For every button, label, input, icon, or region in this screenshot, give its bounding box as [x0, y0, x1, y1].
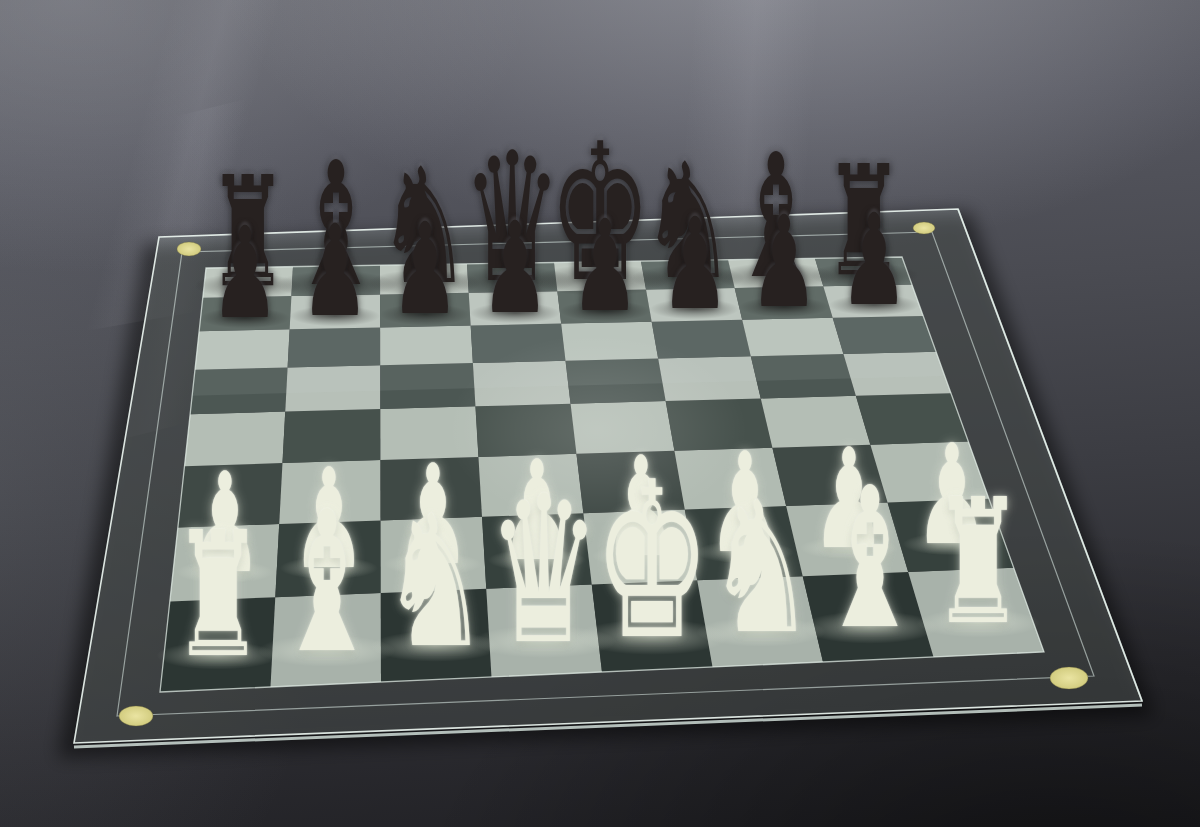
piece-black-queen-d8: ♛ — [462, 130, 562, 309]
piece-reflection — [383, 553, 482, 576]
piece-white-knight-f1: ♞ — [707, 478, 816, 660]
piece-reflection — [175, 560, 274, 583]
piece-white-pawn-e2: ♟ — [603, 439, 678, 577]
piece-black-pawn-f7: ♟ — [660, 202, 729, 328]
piece-black-rook-a8: ♜ — [208, 157, 288, 309]
piece-black-bishop-g8: ♝ — [730, 132, 823, 303]
piece-reflection — [829, 295, 920, 316]
piece-black-pawn-b7: ♟ — [301, 209, 370, 335]
piece-white-bishop-g1: ♝ — [817, 463, 922, 657]
piece-reflection — [469, 302, 560, 323]
piece-reflection — [200, 308, 291, 329]
piece-black-bishop-b8: ♝ — [290, 140, 383, 311]
piece-white-king-e1: ♚ — [594, 454, 711, 670]
piece-reflection — [193, 273, 302, 298]
piece-reflection — [471, 625, 617, 659]
piece-reflection — [715, 263, 838, 291]
piece-reflection — [275, 270, 398, 298]
piece-reflection — [575, 619, 730, 655]
piece-white-queen-d1: ♛ — [487, 469, 600, 672]
piece-black-pawn-g7: ♟ — [750, 200, 819, 326]
piece-white-bishop-b1: ♝ — [274, 486, 379, 680]
piece-white-rook-a1: ♜ — [172, 509, 263, 682]
piece-reflection — [380, 304, 471, 325]
piece-reflection — [810, 263, 919, 288]
piece-black-knight-f8: ♞ — [640, 143, 736, 303]
piece-reflection — [696, 617, 827, 647]
piece-reflection — [739, 297, 830, 318]
piece-black-king-e8: ♚ — [549, 119, 652, 309]
piece-reflection — [532, 264, 669, 296]
piece-black-pawn-h7: ♟ — [840, 198, 909, 324]
piece-white-pawn-b2: ♟ — [291, 451, 366, 589]
piece-reflection — [591, 545, 690, 568]
piece-white-pawn-c2: ♟ — [395, 447, 470, 585]
piece-reflection — [448, 267, 577, 297]
piece-black-pawn-e7: ♟ — [570, 204, 639, 330]
piece-reflection — [367, 270, 482, 297]
piece-black-knight-c8: ♞ — [376, 147, 472, 307]
piece-black-pawn-a7: ♟ — [211, 211, 280, 337]
chess-pieces-layer: ♜♝♞♛♚♞♝♜♟♟♟♟♟♟♟♟♟♟♟♟♟♟♟♟♜♝♞♛♚♞♝♜ — [0, 0, 1200, 827]
piece-white-pawn-a2: ♟ — [187, 455, 262, 593]
piece-reflection — [695, 541, 794, 564]
piece-white-rook-h1: ♜ — [933, 476, 1024, 649]
piece-reflection — [487, 549, 586, 572]
piece-reflection — [290, 306, 381, 327]
piece-black-pawn-d7: ♟ — [481, 206, 550, 332]
piece-reflection — [799, 537, 898, 560]
piece-reflection — [257, 635, 397, 667]
piece-white-pawn-f2: ♟ — [707, 435, 782, 573]
piece-reflection — [370, 631, 501, 661]
piece-black-pawn-c7: ♟ — [391, 207, 460, 333]
piece-reflection — [631, 265, 746, 292]
piece-black-rook-h8: ♜ — [824, 146, 904, 298]
piece-white-knight-c1: ♞ — [381, 492, 490, 674]
photograph-glass-chess-set: ♜♝♞♛♚♞♝♜♟♟♟♟♟♟♟♟♟♟♟♟♟♟♟♟♜♝♞♛♚♞♝♜ — [0, 0, 1200, 827]
piece-reflection — [649, 299, 740, 320]
piece-white-pawn-d2: ♟ — [499, 443, 574, 581]
piece-white-pawn-g2: ♟ — [811, 431, 886, 569]
piece-white-pawn-h2: ♟ — [915, 427, 990, 565]
piece-reflection — [156, 641, 280, 670]
piece-reflection — [903, 533, 1002, 556]
piece-reflection — [559, 300, 650, 321]
piece-reflection — [279, 557, 378, 580]
piece-reflection — [916, 608, 1040, 637]
piece-reflection — [800, 611, 940, 643]
